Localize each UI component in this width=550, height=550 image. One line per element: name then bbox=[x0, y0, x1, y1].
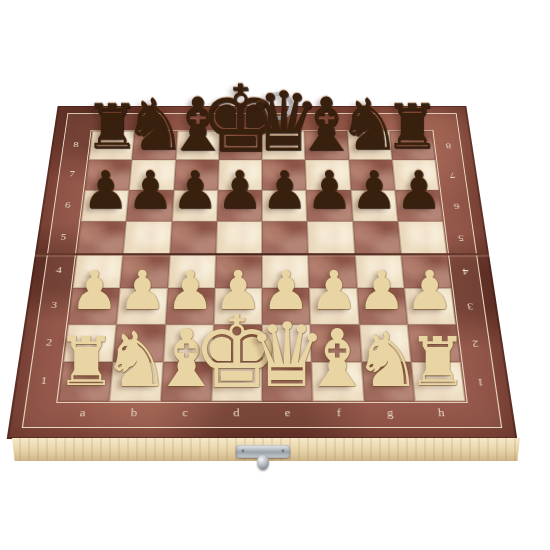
file-label-h-bottom: h bbox=[438, 409, 445, 419]
latch-screw-icon bbox=[281, 449, 285, 453]
square-g5[interactable] bbox=[352, 221, 400, 254]
piece-white-pawn-b3[interactable]: ♟ bbox=[118, 264, 166, 318]
square-c5[interactable] bbox=[170, 221, 217, 254]
rank-label-8-left: 8 bbox=[73, 142, 79, 149]
piece-black-pawn-e6[interactable]: ♟ bbox=[261, 165, 308, 217]
rank-label-6-right: 6 bbox=[453, 202, 460, 210]
piece-white-pawn-g3[interactable]: ♟ bbox=[358, 264, 406, 318]
chess-set-photo: 1122334455667788abcdefgh ♜♞♝♚♛♝♞♜♟♟♟♟♟♟♟… bbox=[0, 0, 550, 550]
rank-label-8-right: 8 bbox=[445, 142, 451, 149]
piece-black-pawn-c6[interactable]: ♟ bbox=[172, 165, 219, 217]
rank-label-2-right: 2 bbox=[471, 338, 478, 347]
piece-black-pawn-h6[interactable]: ♟ bbox=[395, 165, 442, 217]
piece-black-pawn-b6[interactable]: ♟ bbox=[127, 165, 174, 217]
file-label-e-bottom: e bbox=[285, 409, 291, 419]
rank-label-3-right: 3 bbox=[466, 302, 473, 311]
rank-label-1-left: 1 bbox=[40, 376, 48, 386]
fold-seam bbox=[35, 253, 489, 255]
file-label-c-bottom: c bbox=[182, 409, 188, 419]
rank-label-6-left: 6 bbox=[64, 202, 71, 210]
rank-label-1-right: 1 bbox=[476, 376, 484, 386]
latch-knob-icon bbox=[257, 455, 269, 470]
file-label-a-bottom: a bbox=[79, 409, 86, 419]
rank-label-4-right: 4 bbox=[462, 267, 469, 276]
rank-label-5-right: 5 bbox=[457, 233, 464, 241]
piece-white-pawn-a3[interactable]: ♟ bbox=[70, 264, 118, 318]
square-a5[interactable] bbox=[77, 221, 126, 254]
rank-label-4-left: 4 bbox=[55, 267, 62, 276]
square-h5[interactable] bbox=[398, 221, 447, 254]
rank-label-3-left: 3 bbox=[50, 302, 57, 311]
square-f5[interactable] bbox=[307, 221, 354, 254]
file-label-g-bottom: g bbox=[387, 409, 394, 419]
latch-screw-icon bbox=[241, 449, 245, 453]
file-label-f-bottom: f bbox=[336, 409, 341, 419]
rank-label-7-right: 7 bbox=[449, 171, 455, 178]
piece-black-pawn-a6[interactable]: ♟ bbox=[82, 165, 129, 217]
rank-label-5-left: 5 bbox=[60, 233, 67, 241]
square-d5[interactable] bbox=[216, 221, 262, 254]
square-b5[interactable] bbox=[123, 221, 171, 254]
rank-label-2-left: 2 bbox=[45, 338, 52, 347]
piece-white-rook-h1[interactable]: ♜ bbox=[408, 329, 468, 396]
piece-black-pawn-g6[interactable]: ♟ bbox=[350, 165, 397, 217]
file-label-b-bottom: b bbox=[130, 409, 137, 419]
piece-black-pawn-d6[interactable]: ♟ bbox=[216, 165, 263, 217]
rank-label-7-left: 7 bbox=[69, 171, 75, 178]
piece-black-pawn-f6[interactable]: ♟ bbox=[306, 165, 353, 217]
square-e5[interactable] bbox=[262, 221, 308, 254]
piece-white-pawn-h3[interactable]: ♟ bbox=[405, 264, 453, 318]
piece-black-rook-h8[interactable]: ♜ bbox=[384, 97, 439, 159]
